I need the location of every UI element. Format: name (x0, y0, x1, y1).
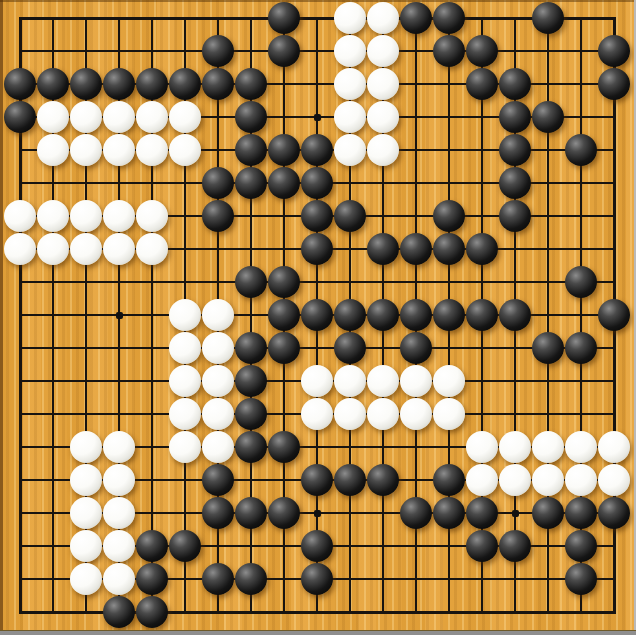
intersection-s8[interactable] (598, 365, 631, 398)
intersection-i12[interactable] (268, 233, 301, 266)
intersection-p11[interactable] (499, 266, 532, 299)
intersection-p8[interactable] (499, 365, 532, 398)
intersection-j4[interactable] (301, 497, 334, 530)
intersection-r11[interactable] (565, 266, 598, 299)
intersection-h17[interactable] (235, 68, 268, 101)
intersection-a12[interactable] (4, 233, 37, 266)
intersection-g15[interactable] (202, 134, 235, 167)
intersection-f11[interactable] (169, 266, 202, 299)
intersection-d2[interactable] (103, 563, 136, 596)
intersection-o14[interactable] (466, 167, 499, 200)
intersection-l8[interactable] (367, 365, 400, 398)
intersection-k18[interactable] (334, 35, 367, 68)
intersection-m14[interactable] (400, 167, 433, 200)
intersection-s2[interactable] (598, 563, 631, 596)
intersection-k11[interactable] (334, 266, 367, 299)
intersection-p19[interactable] (499, 2, 532, 35)
intersection-o1[interactable] (466, 596, 499, 629)
intersection-p13[interactable] (499, 200, 532, 233)
intersection-q11[interactable] (532, 266, 565, 299)
intersection-a15[interactable] (4, 134, 37, 167)
intersection-c4[interactable] (70, 497, 103, 530)
intersection-m18[interactable] (400, 35, 433, 68)
intersection-c8[interactable] (70, 365, 103, 398)
intersection-h2[interactable] (235, 563, 268, 596)
intersection-g1[interactable] (202, 596, 235, 629)
intersection-c3[interactable] (70, 530, 103, 563)
intersection-r13[interactable] (565, 200, 598, 233)
intersection-f4[interactable] (169, 497, 202, 530)
intersection-m17[interactable] (400, 68, 433, 101)
intersection-e13[interactable] (136, 200, 169, 233)
intersection-j6[interactable] (301, 431, 334, 464)
intersection-n5[interactable] (433, 464, 466, 497)
intersection-n11[interactable] (433, 266, 466, 299)
intersection-e4[interactable] (136, 497, 169, 530)
intersection-m16[interactable] (400, 101, 433, 134)
intersection-i8[interactable] (268, 365, 301, 398)
intersection-c17[interactable] (70, 68, 103, 101)
intersection-f14[interactable] (169, 167, 202, 200)
intersection-m15[interactable] (400, 134, 433, 167)
intersection-l6[interactable] (367, 431, 400, 464)
intersection-n4[interactable] (433, 497, 466, 530)
intersection-q6[interactable] (532, 431, 565, 464)
intersection-h9[interactable] (235, 332, 268, 365)
intersection-s5[interactable] (598, 464, 631, 497)
intersection-p7[interactable] (499, 398, 532, 431)
intersection-f13[interactable] (169, 200, 202, 233)
intersection-h10[interactable] (235, 299, 268, 332)
intersection-i6[interactable] (268, 431, 301, 464)
intersection-g19[interactable] (202, 2, 235, 35)
intersection-f5[interactable] (169, 464, 202, 497)
intersection-n3[interactable] (433, 530, 466, 563)
intersection-k14[interactable] (334, 167, 367, 200)
intersection-i1[interactable] (268, 596, 301, 629)
intersection-d8[interactable] (103, 365, 136, 398)
intersection-l17[interactable] (367, 68, 400, 101)
intersection-j17[interactable] (301, 68, 334, 101)
intersection-s12[interactable] (598, 233, 631, 266)
intersection-d12[interactable] (103, 233, 136, 266)
intersection-r19[interactable] (565, 2, 598, 35)
intersection-o4[interactable] (466, 497, 499, 530)
intersection-d11[interactable] (103, 266, 136, 299)
intersection-o13[interactable] (466, 200, 499, 233)
intersection-s15[interactable] (598, 134, 631, 167)
intersection-p5[interactable] (499, 464, 532, 497)
intersection-i19[interactable] (268, 2, 301, 35)
intersection-f19[interactable] (169, 2, 202, 35)
intersection-f7[interactable] (169, 398, 202, 431)
intersection-f2[interactable] (169, 563, 202, 596)
intersection-j10[interactable] (301, 299, 334, 332)
intersection-b7[interactable] (37, 398, 70, 431)
intersection-b4[interactable] (37, 497, 70, 530)
intersection-a13[interactable] (4, 200, 37, 233)
intersection-l15[interactable] (367, 134, 400, 167)
intersection-c6[interactable] (70, 431, 103, 464)
intersection-h14[interactable] (235, 167, 268, 200)
intersection-i4[interactable] (268, 497, 301, 530)
intersection-c7[interactable] (70, 398, 103, 431)
intersection-d17[interactable] (103, 68, 136, 101)
intersection-m2[interactable] (400, 563, 433, 596)
intersection-k4[interactable] (334, 497, 367, 530)
intersection-q17[interactable] (532, 68, 565, 101)
intersection-c9[interactable] (70, 332, 103, 365)
intersection-m9[interactable] (400, 332, 433, 365)
intersection-a9[interactable] (4, 332, 37, 365)
intersection-j1[interactable] (301, 596, 334, 629)
intersection-m13[interactable] (400, 200, 433, 233)
intersection-k5[interactable] (334, 464, 367, 497)
intersection-f3[interactable] (169, 530, 202, 563)
intersection-h15[interactable] (235, 134, 268, 167)
intersection-c2[interactable] (70, 563, 103, 596)
intersection-c5[interactable] (70, 464, 103, 497)
intersection-p6[interactable] (499, 431, 532, 464)
intersection-p15[interactable] (499, 134, 532, 167)
intersection-e3[interactable] (136, 530, 169, 563)
intersection-h6[interactable] (235, 431, 268, 464)
intersection-n2[interactable] (433, 563, 466, 596)
intersection-k12[interactable] (334, 233, 367, 266)
intersection-d1[interactable] (103, 596, 136, 629)
intersection-k1[interactable] (334, 596, 367, 629)
intersection-j9[interactable] (301, 332, 334, 365)
intersection-a11[interactable] (4, 266, 37, 299)
intersection-n15[interactable] (433, 134, 466, 167)
intersection-b13[interactable] (37, 200, 70, 233)
intersection-j13[interactable] (301, 200, 334, 233)
intersection-s3[interactable] (598, 530, 631, 563)
intersection-s17[interactable] (598, 68, 631, 101)
intersection-b8[interactable] (37, 365, 70, 398)
intersection-f15[interactable] (169, 134, 202, 167)
intersection-h3[interactable] (235, 530, 268, 563)
intersection-n12[interactable] (433, 233, 466, 266)
intersection-f10[interactable] (169, 299, 202, 332)
intersection-j14[interactable] (301, 167, 334, 200)
intersection-n7[interactable] (433, 398, 466, 431)
intersection-a18[interactable] (4, 35, 37, 68)
intersection-g10[interactable] (202, 299, 235, 332)
intersection-c14[interactable] (70, 167, 103, 200)
intersection-g2[interactable] (202, 563, 235, 596)
intersection-d10[interactable] (103, 299, 136, 332)
intersection-a4[interactable] (4, 497, 37, 530)
intersection-i5[interactable] (268, 464, 301, 497)
intersection-q8[interactable] (532, 365, 565, 398)
intersection-l16[interactable] (367, 101, 400, 134)
intersection-m10[interactable] (400, 299, 433, 332)
intersection-q15[interactable] (532, 134, 565, 167)
intersection-c13[interactable] (70, 200, 103, 233)
intersection-r9[interactable] (565, 332, 598, 365)
intersection-c11[interactable] (70, 266, 103, 299)
intersection-e8[interactable] (136, 365, 169, 398)
intersection-g13[interactable] (202, 200, 235, 233)
intersection-s14[interactable] (598, 167, 631, 200)
intersection-j3[interactable] (301, 530, 334, 563)
intersection-g8[interactable] (202, 365, 235, 398)
intersection-b5[interactable] (37, 464, 70, 497)
intersection-a5[interactable] (4, 464, 37, 497)
intersection-o5[interactable] (466, 464, 499, 497)
intersection-m1[interactable] (400, 596, 433, 629)
intersection-q5[interactable] (532, 464, 565, 497)
intersection-p12[interactable] (499, 233, 532, 266)
intersection-l2[interactable] (367, 563, 400, 596)
intersection-d9[interactable] (103, 332, 136, 365)
intersection-l7[interactable] (367, 398, 400, 431)
intersection-d19[interactable] (103, 2, 136, 35)
intersection-b6[interactable] (37, 431, 70, 464)
intersection-c15[interactable] (70, 134, 103, 167)
intersection-p4[interactable] (499, 497, 532, 530)
intersection-n9[interactable] (433, 332, 466, 365)
intersection-e14[interactable] (136, 167, 169, 200)
intersection-i14[interactable] (268, 167, 301, 200)
intersection-n16[interactable] (433, 101, 466, 134)
intersection-h19[interactable] (235, 2, 268, 35)
intersection-i3[interactable] (268, 530, 301, 563)
intersection-c12[interactable] (70, 233, 103, 266)
intersection-g3[interactable] (202, 530, 235, 563)
intersection-o7[interactable] (466, 398, 499, 431)
intersection-p18[interactable] (499, 35, 532, 68)
intersection-d5[interactable] (103, 464, 136, 497)
intersection-m5[interactable] (400, 464, 433, 497)
intersection-f9[interactable] (169, 332, 202, 365)
intersection-o9[interactable] (466, 332, 499, 365)
intersection-k19[interactable] (334, 2, 367, 35)
intersection-n1[interactable] (433, 596, 466, 629)
intersection-r18[interactable] (565, 35, 598, 68)
intersection-l18[interactable] (367, 35, 400, 68)
intersection-e15[interactable] (136, 134, 169, 167)
intersection-q10[interactable] (532, 299, 565, 332)
intersection-c16[interactable] (70, 101, 103, 134)
intersection-e1[interactable] (136, 596, 169, 629)
intersection-e2[interactable] (136, 563, 169, 596)
intersection-a1[interactable] (4, 596, 37, 629)
intersection-n19[interactable] (433, 2, 466, 35)
intersection-j15[interactable] (301, 134, 334, 167)
intersection-b9[interactable] (37, 332, 70, 365)
intersection-n14[interactable] (433, 167, 466, 200)
intersection-e5[interactable] (136, 464, 169, 497)
intersection-a8[interactable] (4, 365, 37, 398)
intersection-r8[interactable] (565, 365, 598, 398)
intersection-a3[interactable] (4, 530, 37, 563)
intersection-m4[interactable] (400, 497, 433, 530)
intersection-p17[interactable] (499, 68, 532, 101)
intersection-n13[interactable] (433, 200, 466, 233)
intersection-q9[interactable] (532, 332, 565, 365)
intersection-j8[interactable] (301, 365, 334, 398)
intersection-o16[interactable] (466, 101, 499, 134)
intersection-e9[interactable] (136, 332, 169, 365)
intersection-r6[interactable] (565, 431, 598, 464)
intersection-m7[interactable] (400, 398, 433, 431)
intersection-g5[interactable] (202, 464, 235, 497)
intersection-j12[interactable] (301, 233, 334, 266)
intersection-k15[interactable] (334, 134, 367, 167)
intersection-r10[interactable] (565, 299, 598, 332)
intersection-l11[interactable] (367, 266, 400, 299)
intersection-h7[interactable] (235, 398, 268, 431)
intersection-b17[interactable] (37, 68, 70, 101)
intersection-g6[interactable] (202, 431, 235, 464)
intersection-p2[interactable] (499, 563, 532, 596)
intersection-d6[interactable] (103, 431, 136, 464)
intersection-a10[interactable] (4, 299, 37, 332)
intersection-g7[interactable] (202, 398, 235, 431)
intersection-h12[interactable] (235, 233, 268, 266)
intersection-j11[interactable] (301, 266, 334, 299)
intersection-h4[interactable] (235, 497, 268, 530)
intersection-p1[interactable] (499, 596, 532, 629)
intersection-p3[interactable] (499, 530, 532, 563)
intersection-r14[interactable] (565, 167, 598, 200)
intersection-d16[interactable] (103, 101, 136, 134)
intersection-k17[interactable] (334, 68, 367, 101)
intersection-h11[interactable] (235, 266, 268, 299)
intersection-b2[interactable] (37, 563, 70, 596)
intersection-k10[interactable] (334, 299, 367, 332)
intersection-j18[interactable] (301, 35, 334, 68)
intersection-e6[interactable] (136, 431, 169, 464)
intersection-n10[interactable] (433, 299, 466, 332)
intersection-r1[interactable] (565, 596, 598, 629)
intersection-q18[interactable] (532, 35, 565, 68)
intersection-e11[interactable] (136, 266, 169, 299)
intersection-o2[interactable] (466, 563, 499, 596)
intersection-o8[interactable] (466, 365, 499, 398)
intersection-r16[interactable] (565, 101, 598, 134)
intersection-a7[interactable] (4, 398, 37, 431)
intersection-m6[interactable] (400, 431, 433, 464)
intersection-m11[interactable] (400, 266, 433, 299)
intersection-e19[interactable] (136, 2, 169, 35)
intersection-j7[interactable] (301, 398, 334, 431)
intersection-q19[interactable] (532, 2, 565, 35)
intersection-s9[interactable] (598, 332, 631, 365)
intersection-o18[interactable] (466, 35, 499, 68)
intersection-k8[interactable] (334, 365, 367, 398)
intersection-o11[interactable] (466, 266, 499, 299)
intersection-l14[interactable] (367, 167, 400, 200)
intersection-l4[interactable] (367, 497, 400, 530)
intersection-o17[interactable] (466, 68, 499, 101)
intersection-a17[interactable] (4, 68, 37, 101)
intersection-q13[interactable] (532, 200, 565, 233)
intersection-o3[interactable] (466, 530, 499, 563)
intersection-r3[interactable] (565, 530, 598, 563)
intersection-b18[interactable] (37, 35, 70, 68)
intersection-f1[interactable] (169, 596, 202, 629)
intersection-s10[interactable] (598, 299, 631, 332)
intersection-b11[interactable] (37, 266, 70, 299)
intersection-h1[interactable] (235, 596, 268, 629)
intersection-n17[interactable] (433, 68, 466, 101)
intersection-h13[interactable] (235, 200, 268, 233)
intersection-s4[interactable] (598, 497, 631, 530)
intersection-j19[interactable] (301, 2, 334, 35)
intersection-j2[interactable] (301, 563, 334, 596)
intersection-p14[interactable] (499, 167, 532, 200)
intersection-r4[interactable] (565, 497, 598, 530)
intersection-i17[interactable] (268, 68, 301, 101)
intersection-d3[interactable] (103, 530, 136, 563)
intersection-q4[interactable] (532, 497, 565, 530)
intersection-q2[interactable] (532, 563, 565, 596)
intersection-a2[interactable] (4, 563, 37, 596)
intersection-q1[interactable] (532, 596, 565, 629)
intersection-b15[interactable] (37, 134, 70, 167)
intersection-b10[interactable] (37, 299, 70, 332)
intersection-s11[interactable] (598, 266, 631, 299)
intersection-p16[interactable] (499, 101, 532, 134)
intersection-o19[interactable] (466, 2, 499, 35)
intersection-n18[interactable] (433, 35, 466, 68)
intersection-r2[interactable] (565, 563, 598, 596)
intersection-e7[interactable] (136, 398, 169, 431)
intersection-b1[interactable] (37, 596, 70, 629)
intersection-n6[interactable] (433, 431, 466, 464)
intersection-d15[interactable] (103, 134, 136, 167)
intersection-k3[interactable] (334, 530, 367, 563)
intersection-g17[interactable] (202, 68, 235, 101)
intersection-b16[interactable] (37, 101, 70, 134)
intersection-s6[interactable] (598, 431, 631, 464)
intersection-j16[interactable] (301, 101, 334, 134)
intersection-h8[interactable] (235, 365, 268, 398)
intersection-o12[interactable] (466, 233, 499, 266)
intersection-g12[interactable] (202, 233, 235, 266)
intersection-q3[interactable] (532, 530, 565, 563)
intersection-j5[interactable] (301, 464, 334, 497)
intersection-i16[interactable] (268, 101, 301, 134)
intersection-k7[interactable] (334, 398, 367, 431)
intersection-k2[interactable] (334, 563, 367, 596)
intersection-g14[interactable] (202, 167, 235, 200)
intersection-g4[interactable] (202, 497, 235, 530)
intersection-r17[interactable] (565, 68, 598, 101)
intersection-k6[interactable] (334, 431, 367, 464)
intersection-o15[interactable] (466, 134, 499, 167)
intersection-f6[interactable] (169, 431, 202, 464)
intersection-l19[interactable] (367, 2, 400, 35)
intersection-l1[interactable] (367, 596, 400, 629)
intersection-l3[interactable] (367, 530, 400, 563)
intersection-i2[interactable] (268, 563, 301, 596)
intersection-f12[interactable] (169, 233, 202, 266)
intersection-e18[interactable] (136, 35, 169, 68)
intersection-s1[interactable] (598, 596, 631, 629)
intersection-c10[interactable] (70, 299, 103, 332)
intersection-e16[interactable] (136, 101, 169, 134)
intersection-e17[interactable] (136, 68, 169, 101)
intersection-o6[interactable] (466, 431, 499, 464)
intersection-g18[interactable] (202, 35, 235, 68)
intersection-l5[interactable] (367, 464, 400, 497)
intersection-e12[interactable] (136, 233, 169, 266)
intersection-c18[interactable] (70, 35, 103, 68)
